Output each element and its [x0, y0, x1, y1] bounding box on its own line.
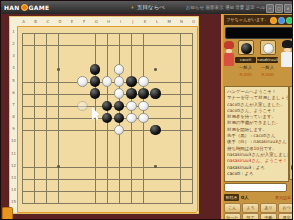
stone-black [126, 88, 137, 99]
player-card-white: nasakiruu3 一般人 R:400 [257, 39, 279, 87]
row-label: 15 [11, 199, 16, 204]
spectator-row: 観戦者 0人 表示設定 [224, 194, 293, 202]
row-label: 1 [11, 29, 16, 34]
hover-ghost-stone [77, 101, 88, 112]
game-link-label: 五目ならべ [137, 4, 165, 11]
hangame-logo: HAN GAME [4, 4, 49, 11]
stone-white [138, 101, 149, 112]
row-label: 3 [11, 53, 16, 58]
chat-message: 対局の準備ができました。 [227, 120, 288, 126]
chat-input[interactable] [224, 183, 287, 192]
logo-circle-icon [21, 4, 28, 11]
row-label: 14 [11, 187, 16, 192]
row-label: 7 [11, 102, 16, 107]
panel-buttons [270, 17, 293, 24]
display-settings-link[interactable]: 表示設定 [275, 195, 291, 200]
col-label: N [177, 19, 185, 24]
stone-white [126, 113, 137, 124]
col-label: M [165, 19, 173, 24]
white-stone-icon [263, 43, 274, 54]
stone-white [138, 76, 149, 87]
col-label: F [80, 19, 88, 24]
black-player-name: cacoti [235, 57, 256, 63]
chat-message: nasakiruu3さん、ようこそ！ [227, 158, 288, 164]
avatar-black-player [223, 41, 235, 83]
quick-chat-button[interactable]: おつ [278, 203, 293, 213]
title-bar: HAN GAME ＋ 五目ならべ お知らせ 画面表示 通知 音量 設定 ヘルプ … [1, 1, 293, 14]
stone-black [138, 88, 149, 99]
white-player-rank: 一般人 [257, 65, 278, 70]
white-player-name: nasakiruu3 [257, 57, 278, 63]
side-panel: フサちゃんがいます。 cacoti 一般人 R:400 nasakiruu3 [221, 14, 293, 220]
col-label: B [32, 19, 40, 24]
status-bar [225, 27, 293, 39]
quick-chat-button[interactable]: 退室 [278, 213, 293, 220]
logo-text-left: HAN [4, 4, 20, 11]
quick-buttons-row-2: 待った投了中断退室 [224, 213, 293, 220]
chat-message: 後手（白）：nasakiruu3さん [227, 139, 288, 145]
spectators-count: 0人 [241, 195, 249, 200]
stone-black [90, 64, 101, 75]
stone-black [90, 88, 101, 99]
panel-dot-green-icon[interactable] [286, 17, 293, 24]
panel-dot-blue-icon[interactable] [278, 17, 285, 24]
chat-message: cacotiさんが入室しました。 [227, 102, 288, 108]
row-label: 13 [11, 175, 16, 180]
stone-white [126, 101, 137, 112]
col-label: H [105, 19, 113, 24]
black-player-rank: 一般人 [235, 65, 256, 70]
panel-dot-orange-icon[interactable] [270, 17, 277, 24]
quick-chat-button[interactable]: 投了 [242, 213, 259, 220]
chat-log: ハンゲームへようこそ！マナーを守って対局しましょう。cacotiさんが入室しまし… [224, 86, 289, 182]
plus-icon: ＋ [129, 3, 135, 12]
board-panel: ABCDEFGHIJKLMNO 123456789101112131415 [9, 16, 199, 214]
row-label: 4 [11, 65, 16, 70]
black-player-rating: R:400 [235, 72, 256, 77]
star-point [57, 165, 60, 168]
stone-black [90, 76, 101, 87]
black-stone-tray [238, 40, 254, 55]
col-label: C [44, 19, 52, 24]
quick-chat-button[interactable]: よろ [242, 203, 259, 213]
col-label: J [129, 19, 137, 24]
col-label: K [141, 19, 149, 24]
col-label: A [20, 19, 28, 24]
col-label: L [153, 19, 161, 24]
avatar-white-player [280, 40, 293, 84]
quick-chat-button[interactable]: こん [224, 203, 241, 213]
quick-chat-button[interactable]: 待った [224, 213, 241, 220]
col-label: E [68, 19, 76, 24]
stone-white [138, 113, 149, 124]
row-label: 5 [11, 78, 16, 83]
row-label: 2 [11, 41, 16, 46]
minimize-button[interactable]: − [266, 4, 274, 13]
chat-message: マナーを守って対局しましょう。 [227, 95, 288, 101]
stone-black [150, 88, 161, 99]
spectators-label: 観戦者 [224, 194, 239, 201]
row-label: 12 [11, 163, 16, 168]
logo-text-right: GAME [29, 4, 50, 11]
row-label: 11 [11, 151, 16, 156]
maximize-button[interactable]: □ [275, 4, 283, 13]
game-link[interactable]: ＋ 五目ならべ [129, 1, 165, 14]
star-point [154, 165, 157, 168]
frame-ornament [2, 207, 13, 220]
window-controls: − □ × [266, 4, 292, 13]
row-label: 6 [11, 90, 16, 95]
stone-white [77, 76, 88, 87]
black-stone-icon [241, 43, 252, 54]
col-label: D [56, 19, 64, 24]
quick-chat-button[interactable]: あり [260, 203, 277, 213]
chat-message: cacoti : よろ [227, 171, 288, 177]
quick-chat-button[interactable]: 中断 [260, 213, 277, 220]
game-window: HAN GAME ＋ 五目ならべ お知らせ 画面表示 通知 音量 設定 ヘルプ … [0, 0, 293, 220]
star-point [57, 68, 60, 71]
star-point [154, 68, 157, 71]
chat-scrollbar[interactable] [289, 86, 293, 180]
white-stone-tray [260, 40, 276, 55]
quick-buttons-row-1: こんよろありおつ [224, 203, 293, 212]
col-label: I [117, 19, 125, 24]
scrollbar-thumb[interactable] [291, 165, 294, 170]
col-label: O [190, 19, 198, 24]
player-card-black: cacoti 一般人 R:400 [235, 39, 257, 87]
close-button[interactable]: × [284, 4, 292, 13]
goban-board[interactable] [17, 26, 198, 213]
stone-white [102, 76, 113, 87]
menu-items[interactable]: お知らせ 画面表示 通知 音量 設定 ヘルプ [186, 1, 270, 14]
white-player-rating: R:400 [257, 72, 278, 77]
row-label: 10 [11, 138, 16, 143]
col-label: G [92, 19, 100, 24]
row-label: 9 [11, 126, 16, 131]
row-label: 8 [11, 114, 16, 119]
stone-black [126, 76, 137, 87]
